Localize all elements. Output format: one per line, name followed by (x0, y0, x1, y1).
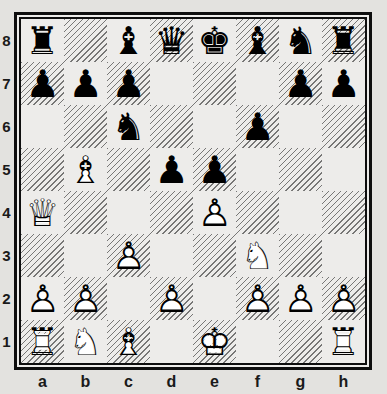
square-d5[interactable]: ♟ (150, 148, 193, 191)
piece-black-pawn[interactable]: ♟ (64, 62, 107, 105)
square-e2[interactable] (193, 277, 236, 320)
piece-white-bishop[interactable]: ♗ (107, 320, 150, 363)
square-e5[interactable]: ♟ (193, 148, 236, 191)
square-b3[interactable] (64, 234, 107, 277)
square-h3[interactable] (322, 234, 365, 277)
piece-black-knight[interactable]: ♞ (279, 19, 322, 62)
square-c5[interactable] (107, 148, 150, 191)
piece-black-queen[interactable]: ♛ (150, 19, 193, 62)
square-g1[interactable] (279, 320, 322, 363)
piece-white-bishop[interactable]: ♗ (64, 148, 107, 191)
square-f3[interactable]: ♞♘ (236, 234, 279, 277)
square-a2[interactable]: ♟♙ (21, 277, 64, 320)
piece-black-pawn[interactable]: ♟ (21, 62, 64, 105)
square-a1[interactable]: ♜♖ (21, 320, 64, 363)
square-f7[interactable] (236, 62, 279, 105)
square-h1[interactable]: ♜♖ (322, 320, 365, 363)
piece-black-pawn[interactable]: ♟ (322, 62, 365, 105)
square-d1[interactable] (150, 320, 193, 363)
square-d7[interactable] (150, 62, 193, 105)
square-a7[interactable]: ♟ (21, 62, 64, 105)
rank-label-1: 1 (0, 320, 13, 363)
square-f1[interactable] (236, 320, 279, 363)
rank-label-5: 5 (0, 148, 13, 191)
piece-white-knight[interactable]: ♘ (64, 320, 107, 363)
file-label-c: c (107, 372, 150, 392)
square-h8[interactable]: ♜ (322, 19, 365, 62)
file-label-f: f (236, 372, 279, 392)
square-c2[interactable] (107, 277, 150, 320)
square-f8[interactable]: ♝ (236, 19, 279, 62)
square-e6[interactable] (193, 105, 236, 148)
piece-white-queen[interactable]: ♕ (21, 191, 64, 234)
piece-black-knight[interactable]: ♞ (107, 105, 150, 148)
square-e3[interactable] (193, 234, 236, 277)
file-label-g: g (279, 372, 322, 392)
piece-white-pawn[interactable]: ♙ (193, 191, 236, 234)
square-h6[interactable] (322, 105, 365, 148)
square-a8[interactable]: ♜ (21, 19, 64, 62)
piece-white-pawn[interactable]: ♙ (322, 277, 365, 320)
piece-black-pawn[interactable]: ♟ (236, 105, 279, 148)
board-frame: ♜♝♛♚♝♞♜♟♟♟♟♟♞♟♝♗♟♟♛♕♟♙♟♙♞♘♟♙♟♙♟♙♟♙♟♙♟♙♜♖… (14, 12, 372, 370)
square-b2[interactable]: ♟♙ (64, 277, 107, 320)
square-g7[interactable]: ♟ (279, 62, 322, 105)
square-e7[interactable] (193, 62, 236, 105)
board-inner-frame: ♜♝♛♚♝♞♜♟♟♟♟♟♞♟♝♗♟♟♛♕♟♙♟♙♞♘♟♙♟♙♟♙♟♙♟♙♟♙♜♖… (19, 17, 367, 365)
piece-white-pawn[interactable]: ♙ (236, 277, 279, 320)
piece-black-pawn[interactable]: ♟ (107, 62, 150, 105)
square-d4[interactable] (150, 191, 193, 234)
rank-label-4: 4 (0, 191, 13, 234)
file-label-d: d (150, 372, 193, 392)
file-label-b: b (64, 372, 107, 392)
square-g8[interactable]: ♞ (279, 19, 322, 62)
square-f2[interactable]: ♟♙ (236, 277, 279, 320)
square-a3[interactable] (21, 234, 64, 277)
square-e1[interactable]: ♚♔ (193, 320, 236, 363)
square-b7[interactable]: ♟ (64, 62, 107, 105)
square-c6[interactable]: ♞ (107, 105, 150, 148)
square-d3[interactable] (150, 234, 193, 277)
square-g2[interactable]: ♟♙ (279, 277, 322, 320)
square-f5[interactable] (236, 148, 279, 191)
square-f6[interactable]: ♟ (236, 105, 279, 148)
piece-white-rook[interactable]: ♖ (21, 320, 64, 363)
square-b6[interactable] (64, 105, 107, 148)
square-e4[interactable]: ♟♙ (193, 191, 236, 234)
square-h5[interactable] (322, 148, 365, 191)
square-e8[interactable]: ♚ (193, 19, 236, 62)
piece-white-rook[interactable]: ♖ (322, 320, 365, 363)
piece-white-knight[interactable]: ♘ (236, 234, 279, 277)
rank-label-7: 7 (0, 62, 13, 105)
square-h7[interactable]: ♟ (322, 62, 365, 105)
square-c7[interactable]: ♟ (107, 62, 150, 105)
file-label-a: a (21, 372, 64, 392)
square-b8[interactable] (64, 19, 107, 62)
piece-black-pawn[interactable]: ♟ (193, 148, 236, 191)
square-a5[interactable] (21, 148, 64, 191)
square-c3[interactable]: ♟♙ (107, 234, 150, 277)
square-g6[interactable] (279, 105, 322, 148)
square-g3[interactable] (279, 234, 322, 277)
file-label-h: h (322, 372, 365, 392)
square-c4[interactable] (107, 191, 150, 234)
square-c8[interactable]: ♝ (107, 19, 150, 62)
piece-white-pawn[interactable]: ♙ (279, 277, 322, 320)
rank-label-2: 2 (0, 277, 13, 320)
piece-white-pawn[interactable]: ♙ (21, 277, 64, 320)
square-b5[interactable]: ♝♗ (64, 148, 107, 191)
piece-white-pawn[interactable]: ♙ (64, 277, 107, 320)
square-b1[interactable]: ♞♘ (64, 320, 107, 363)
piece-black-pawn[interactable]: ♟ (150, 148, 193, 191)
square-a4[interactable]: ♛♕ (21, 191, 64, 234)
square-a6[interactable] (21, 105, 64, 148)
square-b4[interactable] (64, 191, 107, 234)
square-g4[interactable] (279, 191, 322, 234)
rank-label-6: 6 (0, 105, 13, 148)
chess-diagram: 87654321 ♜♝♛♚♝♞♜♟♟♟♟♟♞♟♝♗♟♟♛♕♟♙♟♙♞♘♟♙♟♙♟… (0, 0, 387, 394)
piece-black-pawn[interactable]: ♟ (279, 62, 322, 105)
square-d6[interactable] (150, 105, 193, 148)
piece-white-king[interactable]: ♔ (193, 320, 236, 363)
piece-black-bishop[interactable]: ♝ (107, 19, 150, 62)
rank-label-8: 8 (0, 19, 13, 62)
piece-white-pawn[interactable]: ♙ (107, 234, 150, 277)
square-g5[interactable] (279, 148, 322, 191)
file-label-e: e (193, 372, 236, 392)
square-c1[interactable]: ♝♗ (107, 320, 150, 363)
square-f4[interactable] (236, 191, 279, 234)
piece-black-rook[interactable]: ♜ (21, 19, 64, 62)
square-d8[interactable]: ♛ (150, 19, 193, 62)
square-h4[interactable] (322, 191, 365, 234)
piece-white-pawn[interactable]: ♙ (150, 277, 193, 320)
piece-black-rook[interactable]: ♜ (322, 19, 365, 62)
chess-board: ♜♝♛♚♝♞♜♟♟♟♟♟♞♟♝♗♟♟♛♕♟♙♟♙♞♘♟♙♟♙♟♙♟♙♟♙♟♙♜♖… (21, 19, 365, 363)
square-d2[interactable]: ♟♙ (150, 277, 193, 320)
piece-black-bishop[interactable]: ♝ (236, 19, 279, 62)
rank-label-3: 3 (0, 234, 13, 277)
piece-black-king[interactable]: ♚ (193, 19, 236, 62)
square-h2[interactable]: ♟♙ (322, 277, 365, 320)
